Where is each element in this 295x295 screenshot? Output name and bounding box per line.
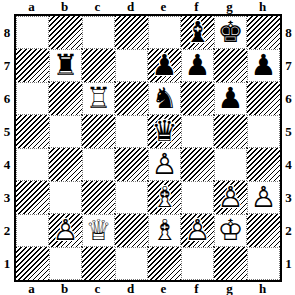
square-a5[interactable] — [16, 115, 49, 148]
black-king-g8[interactable]: ♚ — [215, 17, 246, 48]
square-b3[interactable] — [49, 181, 82, 214]
file-label-c: c — [81, 282, 114, 295]
square-a1[interactable] — [16, 247, 49, 280]
black-pawn-h7[interactable]: ♟ — [248, 50, 279, 81]
square-b1[interactable] — [49, 247, 82, 280]
square-f1[interactable] — [181, 247, 214, 280]
square-d7[interactable] — [115, 49, 148, 82]
white-king-g2[interactable]: ♔ — [215, 215, 246, 246]
rank-label-6: 6 — [0, 82, 14, 115]
black-bishop-f8[interactable]: ♝ — [181, 16, 214, 49]
square-g1[interactable] — [214, 247, 247, 280]
black-knight-e6[interactable]: ♞ — [149, 83, 180, 114]
rank-label-4: 4 — [282, 148, 295, 181]
file-label-f: f — [180, 0, 213, 14]
chess-board: ♝♝♚♚♜♜♟♟♟♟♟♟♜♖♞♞♟♟♛♛♟♙♝♗♟♙♟♙♟♙♛♕♝♗♟♙♚♔ — [14, 14, 282, 282]
black-queen-e5[interactable]: ♛ — [148, 115, 181, 148]
square-e3[interactable]: ♝♗ — [148, 181, 181, 214]
square-e2[interactable]: ♝♗ — [148, 214, 181, 247]
square-e8[interactable] — [148, 16, 181, 49]
file-label-g: g — [213, 282, 246, 295]
rank-label-2: 2 — [0, 214, 14, 247]
black-pawn-e7[interactable]: ♟ — [148, 49, 181, 82]
square-f2[interactable]: ♟♙ — [181, 214, 214, 247]
white-queen-c2[interactable]: ♕ — [83, 215, 114, 246]
square-f8[interactable]: ♝♝ — [181, 16, 214, 49]
file-label-d: d — [114, 282, 147, 295]
rank-labels-right: 87654321 — [282, 14, 295, 282]
square-a2[interactable] — [16, 214, 49, 247]
square-c6[interactable]: ♜♖ — [82, 82, 115, 115]
square-f7[interactable]: ♟♟ — [181, 49, 214, 82]
rank-label-8: 8 — [282, 16, 295, 49]
file-label-b: b — [48, 0, 81, 14]
square-c2[interactable]: ♛♕ — [82, 214, 115, 247]
square-a7[interactable] — [16, 49, 49, 82]
square-e6[interactable]: ♞♞ — [148, 82, 181, 115]
black-rook-b7[interactable]: ♜ — [50, 50, 81, 81]
square-g8[interactable]: ♚♚ — [214, 16, 247, 49]
rank-label-3: 3 — [0, 181, 14, 214]
square-g4[interactable] — [214, 148, 247, 181]
white-pawn-h3[interactable]: ♙ — [248, 182, 279, 213]
square-f6[interactable] — [181, 82, 214, 115]
square-f3[interactable] — [181, 181, 214, 214]
square-h2[interactable] — [247, 214, 280, 247]
white-pawn-g3[interactable]: ♙ — [214, 181, 247, 214]
square-g3[interactable]: ♟♙ — [214, 181, 247, 214]
square-h4[interactable] — [247, 148, 280, 181]
square-c3[interactable] — [82, 181, 115, 214]
file-labels-bottom: abcdefgh — [15, 282, 295, 295]
rank-label-1: 1 — [0, 247, 14, 280]
black-pawn-g6[interactable]: ♟ — [215, 83, 246, 114]
square-b7[interactable]: ♜♜ — [49, 49, 82, 82]
square-b6[interactable] — [49, 82, 82, 115]
file-label-h: h — [246, 282, 279, 295]
rank-label-4: 4 — [0, 148, 14, 181]
file-label-h: h — [246, 0, 279, 14]
square-f4[interactable] — [181, 148, 214, 181]
rank-label-1: 1 — [282, 247, 295, 280]
square-b2[interactable]: ♟♙ — [49, 214, 82, 247]
square-a3[interactable] — [16, 181, 49, 214]
square-h8[interactable] — [247, 16, 280, 49]
square-a8[interactable] — [16, 16, 49, 49]
file-label-e: e — [147, 0, 180, 14]
file-label-a: a — [15, 282, 48, 295]
rank-label-8: 8 — [0, 16, 14, 49]
square-c5[interactable] — [82, 115, 115, 148]
rank-label-6: 6 — [282, 82, 295, 115]
file-label-d: d — [114, 0, 147, 14]
square-c1[interactable] — [82, 247, 115, 280]
file-label-e: e — [147, 282, 180, 295]
white-pawn-e4[interactable]: ♙ — [149, 149, 180, 180]
square-g7[interactable] — [214, 49, 247, 82]
square-a4[interactable] — [16, 148, 49, 181]
square-d8[interactable] — [115, 16, 148, 49]
white-pawn-f2[interactable]: ♙ — [181, 214, 214, 247]
file-label-a: a — [15, 0, 48, 14]
file-label-c: c — [81, 0, 114, 14]
square-g6[interactable]: ♟♟ — [214, 82, 247, 115]
square-h1[interactable] — [247, 247, 280, 280]
square-h5[interactable] — [247, 115, 280, 148]
white-rook-c6[interactable]: ♖ — [83, 83, 114, 114]
square-e5[interactable]: ♛♛ — [148, 115, 181, 148]
square-d3[interactable] — [115, 181, 148, 214]
square-d4[interactable] — [115, 148, 148, 181]
square-c7[interactable] — [82, 49, 115, 82]
square-a6[interactable] — [16, 82, 49, 115]
square-d2[interactable] — [115, 214, 148, 247]
square-e4[interactable]: ♟♙ — [148, 148, 181, 181]
board-middle-band: 87654321 ♝♝♚♚♜♜♟♟♟♟♟♟♜♖♞♞♟♟♛♛♟♙♝♗♟♙♟♙♟♙♛… — [0, 14, 295, 282]
square-g2[interactable]: ♚♔ — [214, 214, 247, 247]
black-pawn-f7[interactable]: ♟ — [182, 50, 213, 81]
file-labels-top: abcdefgh — [15, 0, 295, 14]
rank-label-7: 7 — [0, 49, 14, 82]
chess-diagram: abcdefgh 87654321 ♝♝♚♚♜♜♟♟♟♟♟♟♜♖♞♞♟♟♛♛♟♙… — [0, 0, 295, 295]
square-d6[interactable] — [115, 82, 148, 115]
file-label-b: b — [48, 282, 81, 295]
square-h7[interactable]: ♟♟ — [247, 49, 280, 82]
white-bishop-e2[interactable]: ♗ — [149, 215, 180, 246]
square-b4[interactable] — [49, 148, 82, 181]
square-e1[interactable] — [148, 247, 181, 280]
square-d1[interactable] — [115, 247, 148, 280]
rank-labels-left: 87654321 — [0, 14, 14, 282]
rank-label-5: 5 — [0, 115, 14, 148]
rank-label-3: 3 — [282, 181, 295, 214]
file-label-g: g — [213, 0, 246, 14]
square-h3[interactable]: ♟♙ — [247, 181, 280, 214]
file-label-f: f — [180, 282, 213, 295]
square-h6[interactable] — [247, 82, 280, 115]
rank-label-5: 5 — [282, 115, 295, 148]
rank-label-7: 7 — [282, 49, 295, 82]
square-e7[interactable]: ♟♟ — [148, 49, 181, 82]
square-c8[interactable] — [82, 16, 115, 49]
square-g5[interactable] — [214, 115, 247, 148]
square-c4[interactable] — [82, 148, 115, 181]
white-pawn-b2[interactable]: ♙ — [49, 214, 82, 247]
square-b8[interactable] — [49, 16, 82, 49]
white-bishop-e3[interactable]: ♗ — [148, 181, 181, 214]
rank-label-2: 2 — [282, 214, 295, 247]
square-b5[interactable] — [49, 115, 82, 148]
square-f5[interactable] — [181, 115, 214, 148]
square-d5[interactable] — [115, 115, 148, 148]
